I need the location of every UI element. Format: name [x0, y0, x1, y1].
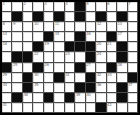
- clue-number: 36: [97, 83, 101, 87]
- black-cell-r6c3: [23, 52, 33, 62]
- black-cell-r5c8: [75, 42, 85, 52]
- clue-number: 14: [3, 32, 7, 36]
- white-cell-r5c5[interactable]: 19: [44, 42, 54, 52]
- black-cell-r2c4: [33, 12, 43, 22]
- white-cell-r3c13[interactable]: [128, 22, 138, 32]
- white-cell-r11c2[interactable]: [12, 103, 22, 113]
- black-cell-r7c1: [2, 63, 12, 73]
- white-cell-r6c11[interactable]: [107, 52, 117, 62]
- clue-number: 4: [65, 2, 67, 6]
- white-cell-r8c2[interactable]: [12, 73, 22, 83]
- clue-number: 29: [3, 73, 7, 77]
- white-cell-r10c3[interactable]: 38: [23, 93, 33, 103]
- white-cell-r11c6[interactable]: [54, 103, 64, 113]
- white-cell-r2c1[interactable]: [2, 12, 12, 22]
- clue-number: 41: [3, 103, 7, 107]
- white-cell-r11c9[interactable]: [86, 103, 96, 113]
- black-cell-r9c3: [23, 83, 33, 93]
- white-cell-r1c7[interactable]: 4: [65, 2, 75, 12]
- crossword-screenshot: 1234567891011121314151617181920212223242…: [0, 0, 140, 115]
- white-cell-r8c5[interactable]: [44, 73, 54, 83]
- black-cell-r8c3: [23, 73, 33, 83]
- black-cell-r2c12: [117, 12, 127, 22]
- white-cell-r9c11[interactable]: [107, 83, 117, 93]
- white-cell-r2c13[interactable]: [128, 12, 138, 22]
- black-cell-r10c7: [65, 93, 75, 103]
- black-cell-r5c7: [65, 42, 75, 52]
- clue-number: 33: [107, 73, 111, 77]
- white-cell-r2c3[interactable]: [23, 12, 33, 22]
- black-cell-r1c8: [75, 2, 85, 12]
- white-cell-r9c1[interactable]: 34: [2, 83, 12, 93]
- white-cell-r4c3[interactable]: [23, 32, 33, 42]
- white-cell-r10c10[interactable]: [96, 93, 106, 103]
- black-cell-r9c9: [86, 83, 96, 93]
- white-cell-r10c8[interactable]: 39: [75, 93, 85, 103]
- white-cell-r1c13[interactable]: 7: [128, 2, 138, 12]
- clue-number: 13: [118, 22, 122, 26]
- white-cell-r4c7[interactable]: [65, 32, 75, 42]
- white-cell-r4c10[interactable]: [96, 32, 106, 42]
- white-cell-r6c1[interactable]: [2, 52, 12, 62]
- black-cell-r8c9: [86, 73, 96, 83]
- white-cell-r7c7[interactable]: [65, 63, 75, 73]
- white-cell-r10c6[interactable]: [54, 93, 64, 103]
- black-cell-r5c9: [86, 42, 96, 52]
- black-cell-r6c9: [86, 52, 96, 62]
- black-cell-r2c6: [54, 12, 64, 22]
- white-cell-r8c4[interactable]: 30: [33, 73, 43, 83]
- white-cell-r11c3[interactable]: [23, 103, 33, 113]
- clue-number: 32: [97, 73, 101, 77]
- black-cell-r11c10: [96, 103, 106, 113]
- clue-number: 12: [97, 22, 101, 26]
- white-cell-r4c9[interactable]: 16: [86, 32, 96, 42]
- clue-number: 5: [86, 2, 88, 6]
- black-cell-r8c13: [128, 73, 138, 83]
- clue-number: 39: [76, 93, 80, 97]
- black-cell-r6c2: [12, 52, 22, 62]
- white-cell-r2c5[interactable]: [44, 12, 54, 22]
- white-cell-r11c1[interactable]: 41: [2, 103, 12, 113]
- white-cell-r10c4[interactable]: [33, 93, 43, 103]
- crossword-board: 1234567891011121314151617181920212223242…: [0, 0, 140, 115]
- clue-number: 31: [65, 73, 69, 77]
- white-cell-r2c11[interactable]: [107, 12, 117, 22]
- white-cell-r8c12[interactable]: [117, 73, 127, 83]
- white-cell-r3c7[interactable]: [65, 22, 75, 32]
- white-cell-r1c10[interactable]: [96, 2, 106, 12]
- white-cell-r5c13[interactable]: [128, 42, 138, 52]
- black-cell-r7c11: [107, 63, 117, 73]
- white-cell-r4c6[interactable]: 15: [54, 32, 64, 42]
- black-cell-r5c12: [117, 42, 127, 52]
- clue-number: 8: [3, 22, 5, 26]
- white-cell-r3c5[interactable]: [44, 22, 54, 32]
- white-cell-r1c6[interactable]: [54, 2, 64, 12]
- white-cell-r2c9[interactable]: [86, 12, 96, 22]
- white-cell-r7c5[interactable]: 26: [44, 63, 54, 73]
- clue-number: 7: [128, 2, 130, 6]
- clue-number: 11: [55, 22, 59, 26]
- clue-number: 10: [34, 22, 38, 26]
- white-cell-r5c6[interactable]: [54, 42, 64, 52]
- white-cell-r5c11[interactable]: 21: [107, 42, 117, 52]
- white-cell-r4c4[interactable]: [33, 32, 43, 42]
- clue-number: 30: [34, 73, 38, 77]
- clue-number: 1: [3, 2, 5, 6]
- clue-number: 38: [23, 93, 27, 97]
- white-cell-r10c1[interactable]: [2, 93, 12, 103]
- clue-number: 23: [65, 52, 69, 56]
- black-cell-r10c5: [44, 93, 54, 103]
- white-cell-r3c3[interactable]: [23, 22, 33, 32]
- clue-number: 22: [34, 52, 38, 56]
- clue-number: 25: [13, 63, 17, 67]
- white-cell-r4c13[interactable]: [128, 32, 138, 42]
- clue-number: 2: [23, 2, 25, 6]
- clue-number: 15: [55, 32, 59, 36]
- clue-number: 18: [3, 42, 7, 46]
- white-cell-r1c9[interactable]: 5: [86, 2, 96, 12]
- clue-number: 17: [118, 32, 122, 36]
- white-cell-r11c7[interactable]: [65, 103, 75, 113]
- white-cell-r3c2[interactable]: 9: [12, 22, 22, 32]
- white-cell-r3c4[interactable]: 10: [33, 22, 43, 32]
- white-cell-r7c12[interactable]: 28: [117, 63, 127, 73]
- clue-number: 21: [107, 42, 111, 46]
- white-cell-r7c2[interactable]: 25: [12, 63, 22, 73]
- white-cell-r1c2[interactable]: [12, 2, 22, 12]
- white-cell-r9c13[interactable]: 37: [128, 83, 138, 93]
- white-cell-r7c13[interactable]: [128, 63, 138, 73]
- clue-number: 19: [44, 42, 48, 46]
- white-cell-r3c9[interactable]: [86, 22, 96, 32]
- white-cell-r4c1[interactable]: 14: [2, 32, 12, 42]
- white-cell-r7c3[interactable]: [23, 63, 33, 73]
- clue-number: 34: [3, 83, 7, 87]
- white-cell-r7c10[interactable]: [96, 63, 106, 73]
- white-cell-r8c1[interactable]: 29: [2, 73, 12, 83]
- white-cell-r11c13[interactable]: [128, 103, 138, 113]
- white-cell-r10c9[interactable]: 40: [86, 93, 96, 103]
- white-cell-r11c8[interactable]: [75, 103, 85, 113]
- black-cell-r2c2: [12, 12, 22, 22]
- clue-number: 35: [34, 83, 38, 87]
- white-cell-r8c10[interactable]: 32: [96, 73, 106, 83]
- white-cell-r9c4[interactable]: 35: [33, 83, 43, 93]
- black-cell-r7c8: [75, 63, 85, 73]
- white-cell-r11c5[interactable]: [44, 103, 54, 113]
- black-cell-r8c6: [54, 73, 64, 83]
- black-cell-r9c8: [75, 83, 85, 93]
- clue-number: 28: [118, 63, 122, 67]
- white-cell-r1c1[interactable]: 1: [2, 2, 12, 12]
- clue-number: 16: [86, 32, 90, 36]
- white-cell-r2c7[interactable]: [65, 12, 75, 22]
- clue-number: 20: [97, 42, 101, 46]
- clue-number: 40: [86, 93, 90, 97]
- white-cell-r6c5[interactable]: [44, 52, 54, 62]
- white-cell-r1c4[interactable]: [33, 2, 43, 12]
- white-cell-r9c7[interactable]: [65, 83, 75, 93]
- white-cell-r3c10[interactable]: 12: [96, 22, 106, 32]
- black-cell-r5c4: [33, 42, 43, 52]
- white-cell-r1c12[interactable]: [117, 2, 127, 12]
- white-cell-r11c12[interactable]: [117, 103, 127, 113]
- white-cell-r3c8[interactable]: [75, 22, 85, 32]
- black-cell-r9c12: [117, 83, 127, 93]
- white-cell-r4c12[interactable]: 17: [117, 32, 127, 42]
- white-cell-r8c11[interactable]: 33: [107, 73, 117, 83]
- white-cell-r11c11[interactable]: 42: [107, 103, 117, 113]
- white-cell-r9c2[interactable]: [12, 83, 22, 93]
- black-cell-r2c8: [75, 12, 85, 22]
- white-cell-r6c13[interactable]: [128, 52, 138, 62]
- black-cell-r7c4: [33, 63, 43, 73]
- black-cell-r4c8: [75, 32, 85, 42]
- white-cell-r10c11[interactable]: [107, 93, 117, 103]
- black-cell-r10c2: [12, 93, 22, 103]
- black-cell-r4c11: [107, 32, 117, 42]
- clue-number: 26: [44, 63, 48, 67]
- clue-number: 6: [107, 2, 109, 6]
- white-cell-r5c10[interactable]: 20: [96, 42, 106, 52]
- white-cell-r7c9[interactable]: 27: [86, 63, 96, 73]
- white-cell-r6c4[interactable]: 22: [33, 52, 43, 62]
- white-cell-r1c5[interactable]: 3: [44, 2, 54, 12]
- white-cell-r10c13[interactable]: [128, 93, 138, 103]
- white-cell-r3c1[interactable]: 8: [2, 22, 12, 32]
- clue-number: 27: [86, 63, 90, 67]
- white-cell-r8c7[interactable]: 31: [65, 73, 75, 83]
- white-cell-r1c3[interactable]: 2: [23, 2, 33, 12]
- white-cell-r6c8[interactable]: [75, 52, 85, 62]
- black-cell-r2c10: [96, 12, 106, 22]
- black-cell-r6c12: [117, 52, 127, 62]
- black-cell-r4c5: [44, 32, 54, 42]
- white-cell-r5c1[interactable]: 18: [2, 42, 12, 52]
- clue-number: 3: [44, 2, 46, 6]
- white-cell-r9c6[interactable]: [54, 83, 64, 93]
- black-cell-r10c12: [117, 93, 127, 103]
- white-cell-r6c10[interactable]: 24: [96, 52, 106, 62]
- white-cell-r3c12[interactable]: 13: [117, 22, 127, 32]
- white-cell-r11c4[interactable]: [33, 103, 43, 113]
- white-cell-r9c5[interactable]: [44, 83, 54, 93]
- white-cell-r9c10[interactable]: 36: [96, 83, 106, 93]
- white-cell-r7c6[interactable]: [54, 63, 64, 73]
- clue-number: 24: [97, 52, 101, 56]
- white-cell-r6c7[interactable]: 23: [65, 52, 75, 62]
- white-cell-r5c2[interactable]: [12, 42, 22, 52]
- white-cell-r3c11[interactable]: [107, 22, 117, 32]
- white-cell-r8c8[interactable]: [75, 73, 85, 83]
- white-cell-r6c6[interactable]: [54, 52, 64, 62]
- clue-number: 9: [13, 22, 15, 26]
- white-cell-r3c6[interactable]: 11: [54, 22, 64, 32]
- white-cell-r5c3[interactable]: [23, 42, 33, 52]
- clue-number: 37: [128, 83, 132, 87]
- white-cell-r1c11[interactable]: 6: [107, 2, 117, 12]
- clue-number: 42: [107, 103, 111, 107]
- white-cell-r4c2[interactable]: [12, 32, 22, 42]
